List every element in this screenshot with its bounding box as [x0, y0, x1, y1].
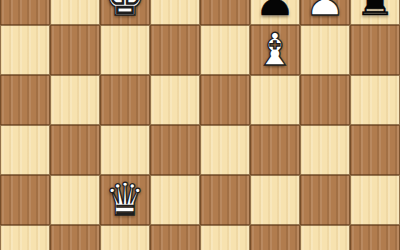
square-g3[interactable]	[300, 175, 350, 225]
square-h6[interactable]	[350, 25, 400, 75]
square-d4[interactable]	[150, 125, 200, 175]
square-e3[interactable]	[200, 175, 250, 225]
white-king[interactable]: ♚	[105, 0, 145, 25]
square-f3[interactable]	[250, 175, 300, 225]
square-h7[interactable]: ♜	[350, 0, 400, 25]
square-d5[interactable]	[150, 75, 200, 125]
chess-board: ♚♟♟♜♝♛	[0, 0, 400, 250]
white-queen[interactable]: ♛	[105, 175, 145, 225]
board-viewport: ♚♟♟♜♝♛	[0, 0, 400, 250]
white-bishop[interactable]: ♝	[255, 25, 295, 75]
square-g4[interactable]	[300, 125, 350, 175]
square-g2[interactable]	[300, 225, 350, 250]
square-b2[interactable]	[50, 225, 100, 250]
square-b4[interactable]	[50, 125, 100, 175]
square-g7[interactable]: ♟	[300, 0, 350, 25]
square-e7[interactable]	[200, 0, 250, 25]
square-a2[interactable]	[0, 225, 50, 250]
square-c4[interactable]	[100, 125, 150, 175]
square-c7[interactable]: ♚	[100, 0, 150, 25]
square-b5[interactable]	[50, 75, 100, 125]
square-c6[interactable]	[100, 25, 150, 75]
square-b7[interactable]	[50, 0, 100, 25]
square-f4[interactable]	[250, 125, 300, 175]
square-e5[interactable]	[200, 75, 250, 125]
square-h2[interactable]	[350, 225, 400, 250]
square-f5[interactable]	[250, 75, 300, 125]
square-a4[interactable]	[0, 125, 50, 175]
square-e6[interactable]	[200, 25, 250, 75]
square-f2[interactable]	[250, 225, 300, 250]
square-h5[interactable]	[350, 75, 400, 125]
square-b6[interactable]	[50, 25, 100, 75]
square-a7[interactable]	[0, 0, 50, 25]
white-pawn[interactable]: ♟	[305, 0, 345, 25]
square-d6[interactable]	[150, 25, 200, 75]
square-d7[interactable]	[150, 0, 200, 25]
square-c2[interactable]	[100, 225, 150, 250]
square-b3[interactable]	[50, 175, 100, 225]
square-a5[interactable]	[0, 75, 50, 125]
black-pawn[interactable]: ♟	[255, 0, 295, 25]
square-e4[interactable]	[200, 125, 250, 175]
square-g6[interactable]	[300, 25, 350, 75]
square-f7[interactable]: ♟	[250, 0, 300, 25]
square-h3[interactable]	[350, 175, 400, 225]
square-h4[interactable]	[350, 125, 400, 175]
square-c5[interactable]	[100, 75, 150, 125]
black-rook[interactable]: ♜	[355, 0, 395, 25]
square-e2[interactable]	[200, 225, 250, 250]
square-d3[interactable]	[150, 175, 200, 225]
square-g5[interactable]	[300, 75, 350, 125]
square-c3[interactable]: ♛	[100, 175, 150, 225]
square-d2[interactable]	[150, 225, 200, 250]
square-f6[interactable]: ♝	[250, 25, 300, 75]
square-a3[interactable]	[0, 175, 50, 225]
square-a6[interactable]	[0, 25, 50, 75]
